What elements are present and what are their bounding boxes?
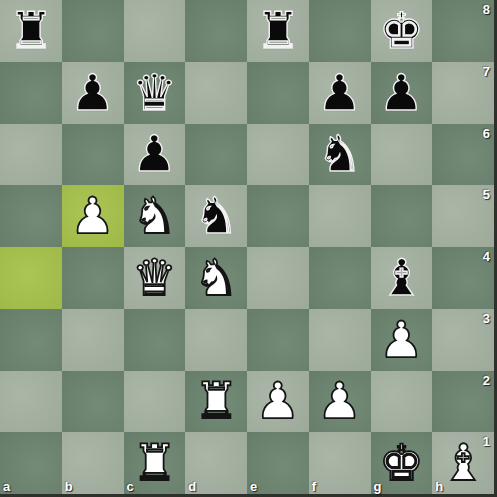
square-h5[interactable]: 5: [432, 185, 494, 247]
piece-white-knight[interactable]: ♞: [194, 253, 239, 303]
square-h3[interactable]: 3: [432, 309, 494, 371]
square-d4[interactable]: ♞: [185, 247, 247, 309]
square-c5[interactable]: ♞: [124, 185, 186, 247]
piece-black-knight[interactable]: ♞: [194, 191, 239, 241]
rank-label-6: 6: [483, 126, 490, 141]
square-e7[interactable]: [247, 62, 309, 124]
square-g7[interactable]: ♟: [371, 62, 433, 124]
square-h8[interactable]: 8: [432, 0, 494, 62]
square-a3[interactable]: [0, 309, 62, 371]
square-d5[interactable]: ♞: [185, 185, 247, 247]
square-a8[interactable]: ♜: [0, 0, 62, 62]
square-h2[interactable]: 2: [432, 371, 494, 433]
square-e5[interactable]: [247, 185, 309, 247]
square-a6[interactable]: [0, 124, 62, 186]
square-a2[interactable]: [0, 371, 62, 433]
piece-white-queen[interactable]: ♛: [132, 253, 177, 303]
piece-black-bishop[interactable]: ♝: [379, 253, 424, 303]
square-d7[interactable]: [185, 62, 247, 124]
piece-white-pawn[interactable]: ♟: [379, 315, 424, 365]
piece-white-pawn[interactable]: ♟: [70, 191, 115, 241]
square-f7[interactable]: ♟: [309, 62, 371, 124]
square-c3[interactable]: [124, 309, 186, 371]
square-b6[interactable]: [62, 124, 124, 186]
square-e8[interactable]: ♜: [247, 0, 309, 62]
square-b2[interactable]: [62, 371, 124, 433]
square-a1[interactable]: a: [0, 432, 62, 494]
square-h1[interactable]: ♝1h: [432, 432, 494, 494]
square-g1[interactable]: ♚g: [371, 432, 433, 494]
square-g3[interactable]: ♟: [371, 309, 433, 371]
square-h6[interactable]: 6: [432, 124, 494, 186]
rank-label-7: 7: [483, 64, 490, 79]
piece-white-knight[interactable]: ♞: [132, 191, 177, 241]
piece-white-bishop[interactable]: ♝: [441, 438, 486, 488]
square-c7[interactable]: ♛: [124, 62, 186, 124]
square-e2[interactable]: ♟: [247, 371, 309, 433]
piece-black-pawn[interactable]: ♟: [379, 68, 424, 118]
square-e4[interactable]: [247, 247, 309, 309]
square-c8[interactable]: [124, 0, 186, 62]
square-e6[interactable]: [247, 124, 309, 186]
rank-label-4: 4: [483, 249, 490, 264]
square-d2[interactable]: ♜: [185, 371, 247, 433]
chess-board: ♜♜♚8♟♛♟♟7♟♞6♟♞♞5♛♞♝4♟3♜♟♟2ab♜cdef♚g♝1h: [0, 0, 494, 494]
piece-black-pawn[interactable]: ♟: [70, 68, 115, 118]
file-label-f: f: [312, 479, 316, 494]
square-f8[interactable]: [309, 0, 371, 62]
square-h4[interactable]: 4: [432, 247, 494, 309]
square-g5[interactable]: [371, 185, 433, 247]
square-a7[interactable]: [0, 62, 62, 124]
piece-black-knight[interactable]: ♞: [317, 129, 362, 179]
piece-black-rook[interactable]: ♜: [255, 6, 300, 56]
piece-black-pawn[interactable]: ♟: [132, 129, 177, 179]
square-f6[interactable]: ♞: [309, 124, 371, 186]
rank-label-5: 5: [483, 187, 490, 202]
square-g8[interactable]: ♚: [371, 0, 433, 62]
square-e3[interactable]: [247, 309, 309, 371]
rank-label-3: 3: [483, 311, 490, 326]
square-g2[interactable]: [371, 371, 433, 433]
piece-white-rook[interactable]: ♜: [132, 438, 177, 488]
piece-black-pawn[interactable]: ♟: [317, 68, 362, 118]
piece-black-queen[interactable]: ♛: [132, 68, 177, 118]
square-g6[interactable]: [371, 124, 433, 186]
piece-white-rook[interactable]: ♜: [194, 376, 239, 426]
square-b7[interactable]: ♟: [62, 62, 124, 124]
square-d8[interactable]: [185, 0, 247, 62]
piece-white-king[interactable]: ♚: [379, 438, 424, 488]
square-c4[interactable]: ♛: [124, 247, 186, 309]
square-b3[interactable]: [62, 309, 124, 371]
square-c2[interactable]: [124, 371, 186, 433]
rank-label-8: 8: [483, 2, 490, 17]
piece-white-pawn[interactable]: ♟: [317, 376, 362, 426]
square-h7[interactable]: 7: [432, 62, 494, 124]
rank-label-2: 2: [483, 373, 490, 388]
square-c6[interactable]: ♟: [124, 124, 186, 186]
square-d6[interactable]: [185, 124, 247, 186]
square-a4[interactable]: [0, 247, 62, 309]
square-b1[interactable]: b: [62, 432, 124, 494]
file-label-d: d: [188, 479, 196, 494]
chess-board-frame: ♜♜♚8♟♛♟♟7♟♞6♟♞♞5♛♞♝4♟3♜♟♟2ab♜cdef♚g♝1h: [0, 0, 497, 497]
square-f3[interactable]: [309, 309, 371, 371]
square-a5[interactable]: [0, 185, 62, 247]
square-e1[interactable]: e: [247, 432, 309, 494]
square-f1[interactable]: f: [309, 432, 371, 494]
square-d3[interactable]: [185, 309, 247, 371]
file-label-b: b: [65, 479, 73, 494]
piece-white-pawn[interactable]: ♟: [255, 376, 300, 426]
square-g4[interactable]: ♝: [371, 247, 433, 309]
square-f2[interactable]: ♟: [309, 371, 371, 433]
piece-black-king[interactable]: ♚: [379, 6, 424, 56]
square-f5[interactable]: [309, 185, 371, 247]
square-d1[interactable]: d: [185, 432, 247, 494]
square-b4[interactable]: [62, 247, 124, 309]
square-c1[interactable]: ♜c: [124, 432, 186, 494]
file-label-e: e: [250, 479, 257, 494]
square-b5[interactable]: ♟: [62, 185, 124, 247]
piece-black-rook[interactable]: ♜: [8, 6, 53, 56]
square-b8[interactable]: [62, 0, 124, 62]
file-label-a: a: [3, 479, 10, 494]
square-f4[interactable]: [309, 247, 371, 309]
